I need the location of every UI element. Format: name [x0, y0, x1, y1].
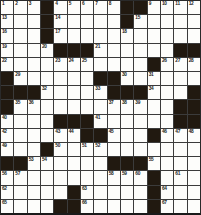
white-cell-r5c11[interactable]: [134, 58, 146, 71]
white-cell-r13c4[interactable]: [41, 171, 53, 184]
black-cell-r9c5: [54, 115, 66, 128]
clue-number-33: 33: [95, 86, 100, 91]
white-cell-r6c2[interactable]: 29: [14, 72, 26, 85]
white-cell-r5c4[interactable]: [41, 58, 53, 71]
white-cell-r12c4[interactable]: 54: [41, 157, 53, 170]
white-cell-r15c1[interactable]: 65: [1, 200, 13, 213]
black-cell-r6c9: [108, 72, 120, 85]
white-cell-r15c11[interactable]: [134, 200, 146, 213]
black-cell-r8c15: [188, 100, 200, 113]
white-cell-r6c5[interactable]: [54, 72, 66, 85]
white-cell-r2c8[interactable]: [94, 15, 106, 28]
white-cell-r13c10[interactable]: 59: [121, 171, 133, 184]
white-cell-r9c11[interactable]: [134, 115, 146, 128]
black-cell-r7c1: [1, 86, 13, 99]
white-cell-r3c13[interactable]: [161, 29, 173, 42]
white-cell-r10c9[interactable]: 45: [108, 129, 120, 142]
white-cell-r14c8[interactable]: [94, 186, 106, 199]
white-cell-r15c14[interactable]: [174, 200, 186, 213]
clue-number-61: 61: [175, 171, 180, 176]
black-cell-r11c4: [41, 143, 53, 156]
white-cell-r7c5[interactable]: [54, 86, 66, 99]
white-cell-r6c13[interactable]: [161, 72, 173, 85]
white-cell-r11c15[interactable]: [188, 143, 200, 156]
white-cell-r8c4[interactable]: [41, 100, 53, 113]
clue-number-26: 26: [162, 58, 167, 63]
white-cell-r8c5[interactable]: [54, 100, 66, 113]
clue-number-52: 52: [95, 143, 100, 148]
black-cell-r2c10: [121, 15, 133, 28]
white-cell-r3c6[interactable]: [68, 29, 80, 42]
white-cell-r5c13[interactable]: 26: [161, 58, 173, 71]
clue-number-22: 22: [2, 58, 7, 63]
white-cell-r8c10[interactable]: 38: [121, 100, 133, 113]
white-cell-r10c1[interactable]: 42: [1, 129, 13, 142]
white-cell-r3c2[interactable]: [14, 29, 26, 42]
white-cell-r9c8[interactable]: 41: [94, 115, 106, 128]
white-cell-r15c15[interactable]: [188, 200, 200, 213]
white-cell-r6c12[interactable]: 31: [148, 72, 160, 85]
white-cell-r14c13[interactable]: 64: [161, 186, 173, 199]
white-cell-r10c13[interactable]: 46: [161, 129, 173, 142]
white-cell-r8c7[interactable]: [81, 100, 93, 113]
white-cell-r5c9[interactable]: [108, 58, 120, 71]
white-cell-r13c3[interactable]: [28, 171, 40, 184]
white-cell-r3c14[interactable]: [174, 29, 186, 42]
white-cell-r11c3[interactable]: [28, 143, 40, 156]
black-cell-r8c1: [1, 100, 13, 113]
white-cell-r3c10[interactable]: 18: [121, 29, 133, 42]
black-cell-r10c12: [148, 129, 160, 142]
black-cell-r4c5: [54, 44, 66, 57]
clue-number-63: 63: [82, 186, 87, 191]
white-cell-r12c13[interactable]: [161, 157, 173, 170]
white-cell-r4c8[interactable]: 21: [94, 44, 106, 57]
white-cell-r7c14[interactable]: [174, 86, 186, 99]
clue-number-28: 28: [189, 58, 194, 63]
white-cell-r9c12[interactable]: [148, 115, 160, 128]
white-cell-r6c15[interactable]: [188, 72, 200, 85]
white-cell-r6c7[interactable]: [81, 72, 93, 85]
white-cell-r5c3[interactable]: [28, 58, 40, 71]
white-cell-r8c3[interactable]: 36: [28, 100, 40, 113]
white-cell-r15c10[interactable]: [121, 200, 133, 213]
white-cell-r12c6[interactable]: [68, 157, 80, 170]
white-cell-r13c8[interactable]: [94, 171, 106, 184]
clue-number-30: 30: [122, 72, 127, 77]
white-cell-r2c15[interactable]: [188, 15, 200, 28]
white-cell-r12c8[interactable]: [94, 157, 106, 170]
white-cell-r10c6[interactable]: 44: [68, 129, 80, 142]
white-cell-r8c12[interactable]: [148, 100, 160, 113]
white-cell-r1c8[interactable]: 7: [94, 1, 106, 14]
clue-number-43: 43: [55, 129, 60, 134]
clue-number-32: 32: [42, 86, 47, 91]
clue-number-4: 4: [55, 1, 57, 6]
white-cell-r10c14[interactable]: 47: [174, 129, 186, 142]
white-cell-r13c7[interactable]: [81, 171, 93, 184]
clue-number-31: 31: [149, 72, 154, 77]
white-cell-r14c5[interactable]: [54, 186, 66, 199]
white-cell-r1c12[interactable]: 9: [148, 1, 160, 14]
white-cell-r2c14[interactable]: [174, 15, 186, 28]
white-cell-r8c6[interactable]: [68, 100, 80, 113]
white-cell-r14c2[interactable]: [14, 186, 26, 199]
white-cell-r3c7[interactable]: [81, 29, 93, 42]
white-cell-r5c15[interactable]: 28: [188, 58, 200, 71]
white-cell-r1c13[interactable]: 10: [161, 1, 173, 14]
white-cell-r6c6[interactable]: [68, 72, 80, 85]
white-cell-r7c12[interactable]: 34: [148, 86, 160, 99]
black-cell-r7c3: [28, 86, 40, 99]
white-cell-r1c2[interactable]: 2: [14, 1, 26, 14]
white-cell-r11c11[interactable]: [134, 143, 146, 156]
clue-number-51: 51: [82, 143, 87, 148]
white-cell-r9c2[interactable]: [14, 115, 26, 128]
clue-number-45: 45: [109, 129, 114, 134]
white-cell-r1c15[interactable]: 12: [188, 1, 200, 14]
white-cell-r9c1[interactable]: 40: [1, 115, 13, 128]
black-cell-r5c12: [148, 58, 160, 71]
black-cell-r7c15: [188, 86, 200, 99]
white-cell-r1c1[interactable]: 1: [1, 1, 13, 14]
white-cell-r4c10[interactable]: [121, 44, 133, 57]
clue-number-14: 14: [55, 15, 60, 20]
clue-number-25: 25: [82, 58, 87, 63]
white-cell-r10c2[interactable]: [14, 129, 26, 142]
black-cell-r9c15: [188, 115, 200, 128]
clue-number-20: 20: [42, 44, 47, 49]
white-cell-r3c12[interactable]: [148, 29, 160, 42]
clue-number-2: 2: [15, 1, 17, 6]
black-cell-r9c6: [68, 115, 80, 128]
white-cell-r12c5[interactable]: [54, 157, 66, 170]
white-cell-r11c6[interactable]: [68, 143, 80, 156]
white-cell-r14c10[interactable]: [121, 186, 133, 199]
black-cell-r4c6: [68, 44, 80, 57]
white-cell-r10c4[interactable]: [41, 129, 53, 142]
clue-number-5: 5: [69, 1, 71, 6]
black-cell-r8c14: [174, 100, 186, 113]
clue-number-11: 11: [175, 1, 179, 6]
white-cell-r8c11[interactable]: 39: [134, 100, 146, 113]
white-cell-r3c15[interactable]: [188, 29, 200, 42]
white-cell-r4c11[interactable]: [134, 44, 146, 57]
white-cell-r2c7[interactable]: [81, 15, 93, 28]
white-cell-r11c8[interactable]: 52: [94, 143, 106, 156]
white-cell-r12c14[interactable]: [174, 157, 186, 170]
white-cell-r7c13[interactable]: [161, 86, 173, 99]
white-cell-r1c5[interactable]: 4: [54, 1, 66, 14]
white-cell-r5c10[interactable]: [121, 58, 133, 71]
white-cell-r13c15[interactable]: [188, 171, 200, 184]
clue-number-35: 35: [15, 100, 20, 105]
white-cell-r7c6[interactable]: [68, 86, 80, 99]
white-cell-r10c11[interactable]: [134, 129, 146, 142]
white-cell-r11c13[interactable]: [161, 143, 173, 156]
clue-number-1: 1: [2, 1, 4, 6]
white-cell-r15c4[interactable]: [41, 200, 53, 213]
white-cell-r5c2[interactable]: [14, 58, 26, 71]
white-cell-r7c8[interactable]: 33: [94, 86, 106, 99]
black-cell-r12c11: [134, 157, 146, 170]
black-cell-r6c1: [1, 72, 13, 85]
clue-number-44: 44: [69, 129, 74, 134]
black-cell-r7c10: [121, 86, 133, 99]
clue-number-49: 49: [2, 143, 7, 148]
black-cell-r2c4: [41, 15, 53, 28]
white-cell-r14c4[interactable]: [41, 186, 53, 199]
white-cell-r4c9[interactable]: [108, 44, 120, 57]
clue-number-48: 48: [189, 129, 194, 134]
white-cell-r11c1[interactable]: 49: [1, 143, 13, 156]
white-cell-r13c6[interactable]: [68, 171, 80, 184]
white-cell-r14c1[interactable]: 62: [1, 186, 13, 199]
white-cell-r11c5[interactable]: 50: [54, 143, 66, 156]
clue-number-3: 3: [29, 1, 31, 6]
clue-number-66: 66: [82, 200, 87, 205]
clue-number-60: 60: [135, 171, 140, 176]
clue-number-58: 58: [109, 171, 114, 176]
white-cell-r8c9[interactable]: 37: [108, 100, 120, 113]
white-cell-r5c8[interactable]: [94, 58, 106, 71]
white-cell-r3c3[interactable]: [28, 29, 40, 42]
clue-number-13: 13: [2, 15, 7, 20]
clue-number-65: 65: [2, 200, 7, 205]
white-cell-r11c2[interactable]: [14, 143, 26, 156]
white-cell-r4c1[interactable]: 19: [1, 44, 13, 57]
clue-number-39: 39: [135, 100, 140, 105]
white-cell-r11c9[interactable]: [108, 143, 120, 156]
clue-number-41: 41: [95, 115, 100, 120]
white-cell-r2c1[interactable]: 13: [1, 15, 13, 28]
black-cell-r7c9: [108, 86, 120, 99]
white-cell-r5c5[interactable]: 23: [54, 58, 66, 71]
white-cell-r4c4[interactable]: 20: [41, 44, 53, 57]
clue-number-27: 27: [175, 58, 180, 63]
black-cell-r10c7: [81, 129, 93, 142]
clue-number-47: 47: [175, 129, 180, 134]
black-cell-r6c8: [94, 72, 106, 85]
white-cell-r10c5[interactable]: 43: [54, 129, 66, 142]
white-cell-r1c6[interactable]: 5: [68, 1, 80, 14]
white-cell-r10c15[interactable]: 48: [188, 129, 200, 142]
white-cell-r14c7[interactable]: 63: [81, 186, 93, 199]
clue-number-37: 37: [109, 100, 114, 105]
white-cell-r13c13[interactable]: [161, 171, 173, 184]
white-cell-r14c3[interactable]: [28, 186, 40, 199]
white-cell-r7c7[interactable]: [81, 86, 93, 99]
clue-number-54: 54: [42, 157, 47, 162]
white-cell-r1c14[interactable]: 11: [174, 1, 186, 14]
clue-number-59: 59: [122, 171, 127, 176]
white-cell-r12c15[interactable]: [188, 157, 200, 170]
white-cell-r13c5[interactable]: [54, 171, 66, 184]
white-cell-r5c1[interactable]: 22: [1, 58, 13, 71]
white-cell-r10c3[interactable]: [28, 129, 40, 142]
white-cell-r6c11[interactable]: [134, 72, 146, 85]
white-cell-r6c14[interactable]: [174, 72, 186, 85]
clue-number-19: 19: [2, 44, 7, 49]
black-cell-r15c6: [68, 200, 80, 213]
clue-number-36: 36: [29, 100, 34, 105]
clue-number-62: 62: [2, 186, 7, 191]
white-cell-r4c3[interactable]: [28, 44, 40, 57]
clue-number-46: 46: [162, 129, 167, 134]
white-cell-r12c12[interactable]: 55: [148, 157, 160, 170]
white-cell-r4c13[interactable]: [161, 44, 173, 57]
clue-number-64: 64: [162, 186, 167, 191]
clue-number-17: 17: [55, 29, 60, 34]
black-cell-r9c14: [174, 115, 186, 128]
black-cell-r1c10: [121, 1, 133, 14]
white-cell-r13c1[interactable]: 56: [1, 171, 13, 184]
black-cell-r7c2: [14, 86, 26, 99]
black-cell-r3c4: [41, 29, 53, 42]
white-cell-r4c12[interactable]: [148, 44, 160, 57]
clue-number-21: 21: [95, 44, 100, 49]
white-cell-r11c14[interactable]: [174, 143, 186, 156]
white-cell-r11c12[interactable]: [148, 143, 160, 156]
white-cell-r1c9[interactable]: 8: [108, 1, 120, 14]
black-cell-r1c11: [134, 1, 146, 14]
white-cell-r14c14[interactable]: [174, 186, 186, 199]
black-cell-r7c11: [134, 86, 146, 99]
clue-number-56: 56: [2, 171, 7, 176]
white-cell-r4c2[interactable]: [14, 44, 26, 57]
white-cell-r9c9[interactable]: [108, 115, 120, 128]
clue-number-7: 7: [95, 1, 97, 6]
white-cell-r9c13[interactable]: [161, 115, 173, 128]
white-cell-r15c3[interactable]: [28, 200, 40, 213]
white-cell-r6c3[interactable]: [28, 72, 40, 85]
white-cell-r2c5[interactable]: 14: [54, 15, 66, 28]
clue-number-55: 55: [149, 157, 154, 162]
black-cell-r9c7: [81, 115, 93, 128]
clue-number-24: 24: [69, 58, 74, 63]
clue-number-29: 29: [15, 72, 20, 77]
white-cell-r2c11[interactable]: 15: [134, 15, 146, 28]
white-cell-r1c3[interactable]: 3: [28, 1, 40, 14]
white-cell-r2c6[interactable]: [68, 15, 80, 28]
white-cell-r13c9[interactable]: 58: [108, 171, 120, 184]
white-cell-r14c9[interactable]: [108, 186, 120, 199]
clue-number-57: 57: [15, 171, 20, 176]
white-cell-r15c9[interactable]: [108, 200, 120, 213]
white-cell-r3c9[interactable]: [108, 29, 120, 42]
white-cell-r13c2[interactable]: 57: [14, 171, 26, 184]
white-cell-r2c3[interactable]: [28, 15, 40, 28]
clue-number-50: 50: [55, 143, 60, 148]
clue-number-12: 12: [189, 1, 194, 6]
clue-number-16: 16: [2, 29, 7, 34]
clue-number-67: 67: [162, 200, 167, 205]
clue-number-53: 53: [29, 157, 34, 162]
white-cell-r1c7[interactable]: 6: [81, 1, 93, 14]
white-cell-r3c5[interactable]: 17: [54, 29, 66, 42]
black-cell-r4c14: [174, 44, 186, 57]
black-cell-r13c12: [148, 171, 160, 184]
white-cell-r12c3[interactable]: 53: [28, 157, 40, 170]
white-cell-r11c7[interactable]: 51: [81, 143, 93, 156]
clue-number-10: 10: [162, 1, 167, 6]
white-cell-r3c1[interactable]: 16: [1, 29, 13, 42]
white-cell-r2c12[interactable]: [148, 15, 160, 28]
white-cell-r2c13[interactable]: [161, 15, 173, 28]
black-cell-r14c6: [68, 186, 80, 199]
white-cell-r13c11[interactable]: 60: [134, 171, 146, 184]
clue-number-15: 15: [135, 15, 140, 20]
white-cell-r6c10[interactable]: 30: [121, 72, 133, 85]
white-cell-r13c14[interactable]: 61: [174, 171, 186, 184]
white-cell-r2c9[interactable]: [108, 15, 120, 28]
white-cell-r2c2[interactable]: [14, 15, 26, 28]
white-cell-r9c4[interactable]: [41, 115, 53, 128]
white-cell-r5c14[interactable]: 27: [174, 58, 186, 71]
clue-number-42: 42: [2, 129, 7, 134]
black-cell-r1c4: [41, 1, 53, 14]
clue-number-38: 38: [122, 100, 127, 105]
white-cell-r9c3[interactable]: [28, 115, 40, 128]
white-cell-r10c10[interactable]: [121, 129, 133, 142]
white-cell-r15c2[interactable]: [14, 200, 26, 213]
black-cell-r4c7: [81, 44, 93, 57]
white-cell-r15c13[interactable]: 67: [161, 200, 173, 213]
white-cell-r8c8[interactable]: [94, 100, 106, 113]
white-cell-r5c6[interactable]: 24: [68, 58, 80, 71]
white-cell-r8c2[interactable]: 35: [14, 100, 26, 113]
black-cell-r15c12: [148, 200, 160, 213]
white-cell-r8c13[interactable]: [161, 100, 173, 113]
black-cell-r15c5: [54, 200, 66, 213]
white-cell-r7c4[interactable]: 32: [41, 86, 53, 99]
black-cell-r12c10: [121, 157, 133, 170]
white-cell-r15c7[interactable]: 66: [81, 200, 93, 213]
white-cell-r14c11[interactable]: [134, 186, 146, 199]
white-cell-r5c7[interactable]: 25: [81, 58, 93, 71]
clue-number-6: 6: [82, 1, 84, 6]
white-cell-r11c10[interactable]: [121, 143, 133, 156]
white-cell-r3c11[interactable]: [134, 29, 146, 42]
black-cell-r12c9: [108, 157, 120, 170]
clue-number-23: 23: [55, 58, 60, 63]
black-cell-r4c15: [188, 44, 200, 57]
clue-number-9: 9: [149, 1, 151, 6]
white-cell-r9c10[interactable]: [121, 115, 133, 128]
white-cell-r12c7[interactable]: [81, 157, 93, 170]
white-cell-r15c8[interactable]: [94, 200, 106, 213]
white-cell-r6c4[interactable]: [41, 72, 53, 85]
white-cell-r3c8[interactable]: [94, 29, 106, 42]
black-cell-r10c8: [94, 129, 106, 142]
white-cell-r14c15[interactable]: [188, 186, 200, 199]
black-cell-r12c2: [14, 157, 26, 170]
black-cell-r12c1: [1, 157, 13, 170]
clue-number-40: 40: [2, 115, 7, 120]
crossword-board: 1234567891011121314151617181920212223242…: [0, 0, 201, 215]
clue-number-18: 18: [122, 29, 127, 34]
black-cell-r14c12: [148, 186, 160, 199]
clue-number-8: 8: [109, 1, 111, 6]
clue-number-34: 34: [149, 86, 154, 91]
